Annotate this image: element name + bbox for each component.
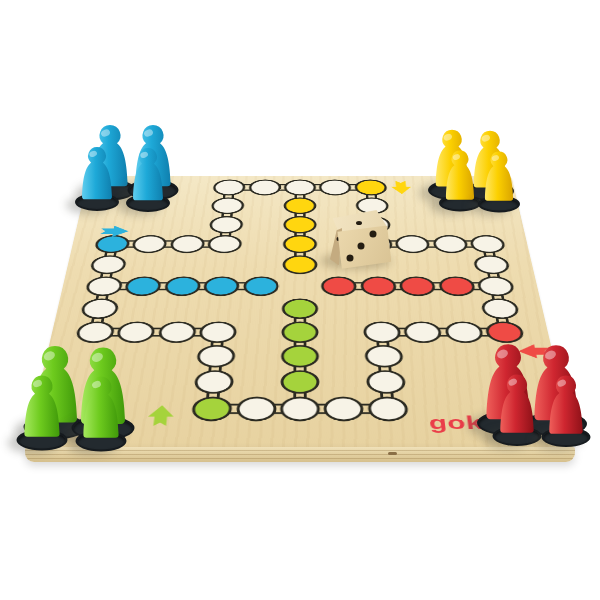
pawn-yellow-4[interactable] — [483, 149, 515, 207]
pawn-red-3[interactable] — [498, 372, 536, 439]
pawn-blue-4[interactable] — [131, 146, 165, 206]
scene: goki — [0, 0, 600, 600]
die[interactable] — [330, 210, 394, 270]
pieces-layer — [0, 0, 600, 600]
die-pip — [347, 254, 354, 261]
die-pip — [356, 221, 362, 225]
die-front — [336, 226, 391, 269]
die-pip — [369, 231, 376, 238]
pawn-yellow-3[interactable] — [444, 148, 476, 206]
pawn-red-4[interactable] — [547, 373, 585, 440]
pawn-green-3[interactable] — [22, 373, 62, 443]
pawn-blue-3[interactable] — [80, 145, 114, 205]
die-pip — [358, 243, 365, 250]
pawn-green-4[interactable] — [81, 374, 121, 444]
